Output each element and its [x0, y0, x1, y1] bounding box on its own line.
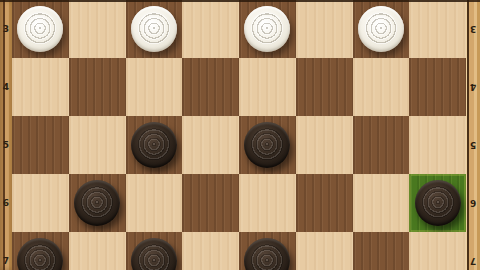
square-a5[interactable]: [12, 116, 69, 174]
square-g3[interactable]: [353, 0, 410, 58]
checkers-app: 34567 34567: [0, 0, 480, 270]
square-c4[interactable]: [126, 58, 183, 116]
square-h4[interactable]: [409, 58, 466, 116]
square-f6[interactable]: [296, 174, 353, 232]
white-piece-a3[interactable]: [17, 6, 63, 52]
black-piece-a7[interactable]: [17, 238, 63, 270]
black-piece-b6[interactable]: [74, 180, 120, 226]
square-f5[interactable]: [296, 116, 353, 174]
square-b7[interactable]: [69, 232, 126, 270]
row-label-right-4: 4: [466, 81, 480, 93]
black-piece-c7[interactable]: [131, 238, 177, 270]
square-c6[interactable]: [126, 174, 183, 232]
row-label-left-6: 6: [0, 197, 12, 209]
square-d5[interactable]: [182, 116, 239, 174]
row-label-left-7: 7: [0, 255, 12, 267]
row-label-left-4: 4: [0, 81, 12, 93]
square-e6[interactable]: [239, 174, 296, 232]
square-g5[interactable]: [353, 116, 410, 174]
square-b3[interactable]: [69, 0, 126, 58]
square-e4[interactable]: [239, 58, 296, 116]
square-b4[interactable]: [69, 58, 126, 116]
square-h6[interactable]: [409, 174, 466, 232]
square-d7[interactable]: [182, 232, 239, 270]
square-e3[interactable]: [239, 0, 296, 58]
row-label-left-3: 3: [0, 23, 12, 35]
square-g7[interactable]: [353, 232, 410, 270]
square-a3[interactable]: [12, 0, 69, 58]
square-a6[interactable]: [12, 174, 69, 232]
square-f4[interactable]: [296, 58, 353, 116]
row-label-right-3: 3: [466, 23, 480, 35]
white-piece-g3[interactable]: [358, 6, 404, 52]
square-d4[interactable]: [182, 58, 239, 116]
square-h3[interactable]: [409, 0, 466, 58]
square-c3[interactable]: [126, 0, 183, 58]
square-e5[interactable]: [239, 116, 296, 174]
left-coordinate-rail: 34567: [0, 0, 12, 270]
row-label-right-5: 5: [466, 139, 480, 151]
black-piece-c5[interactable]: [131, 122, 177, 168]
board-top-edge: [0, 0, 480, 2]
square-a4[interactable]: [12, 58, 69, 116]
square-c5[interactable]: [126, 116, 183, 174]
square-b5[interactable]: [69, 116, 126, 174]
square-h5[interactable]: [409, 116, 466, 174]
black-piece-e7[interactable]: [244, 238, 290, 270]
square-d6[interactable]: [182, 174, 239, 232]
square-b6[interactable]: [69, 174, 126, 232]
white-piece-c3[interactable]: [131, 6, 177, 52]
square-h7[interactable]: [409, 232, 466, 270]
black-piece-e5[interactable]: [244, 122, 290, 168]
square-g6[interactable]: [353, 174, 410, 232]
row-label-left-5: 5: [0, 139, 12, 151]
row-label-right-6: 6: [466, 197, 480, 209]
black-piece-h6[interactable]: [415, 180, 461, 226]
square-d3[interactable]: [182, 0, 239, 58]
checkers-board: [12, 0, 466, 270]
square-g4[interactable]: [353, 58, 410, 116]
square-f3[interactable]: [296, 0, 353, 58]
row-label-right-7: 7: [466, 255, 480, 267]
white-piece-e3[interactable]: [244, 6, 290, 52]
square-c7[interactable]: [126, 232, 183, 270]
square-f7[interactable]: [296, 232, 353, 270]
square-a7[interactable]: [12, 232, 69, 270]
right-coordinate-rail: 34567: [466, 0, 480, 270]
square-e7[interactable]: [239, 232, 296, 270]
